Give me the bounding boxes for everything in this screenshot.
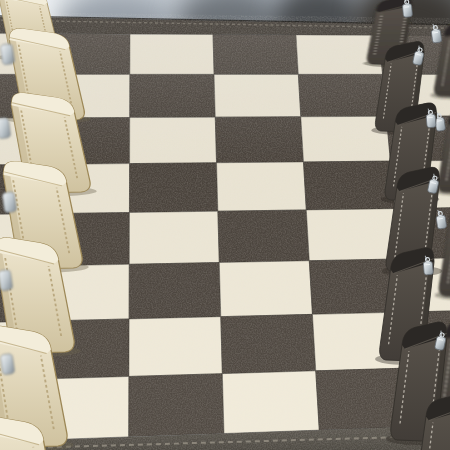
photo-stage: [0, 0, 450, 450]
piece-charm-icon: [0, 353, 15, 374]
leather-chessboard: [0, 0, 450, 450]
piece-charm-icon: [2, 191, 17, 212]
piece-charm-icon: [0, 43, 15, 64]
